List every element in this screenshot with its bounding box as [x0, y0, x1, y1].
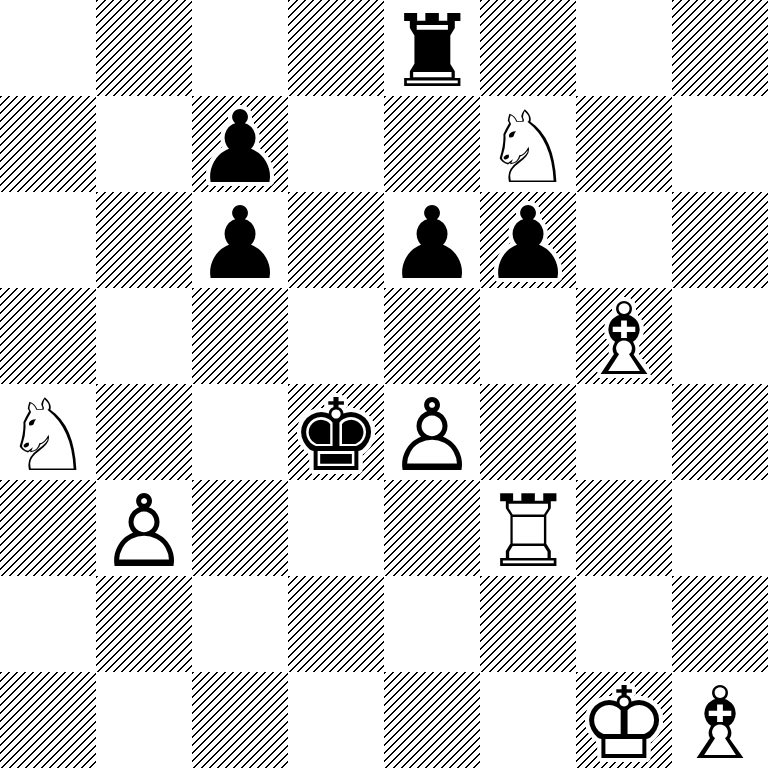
square-h4[interactable]: [672, 384, 768, 480]
piece-glyph: ♟: [480, 196, 576, 292]
square-c7[interactable]: ♟: [192, 96, 288, 192]
square-h8[interactable]: [672, 0, 768, 96]
piece-glyph-outline: ♘: [0, 388, 96, 484]
piece-glyph: ♚: [288, 388, 384, 484]
square-g4[interactable]: [576, 384, 672, 480]
square-a6[interactable]: [0, 192, 96, 288]
piece-black-pawn[interactable]: ♟: [384, 192, 480, 288]
square-d7[interactable]: [288, 96, 384, 192]
piece-black-pawn[interactable]: ♟: [192, 96, 288, 192]
square-c8[interactable]: [192, 0, 288, 96]
piece-white-knight[interactable]: ♞♘: [0, 384, 96, 480]
square-h7[interactable]: [672, 96, 768, 192]
square-b1[interactable]: [96, 672, 192, 768]
square-b7[interactable]: [96, 96, 192, 192]
square-a7[interactable]: [0, 96, 96, 192]
square-c2[interactable]: [192, 576, 288, 672]
piece-white-knight[interactable]: ♞♘: [480, 96, 576, 192]
piece-glyph-outline: ♗: [672, 676, 768, 768]
piece-white-pawn[interactable]: ♟♙: [384, 384, 480, 480]
square-f1[interactable]: [480, 672, 576, 768]
square-e4[interactable]: ♟♙: [384, 384, 480, 480]
square-b3[interactable]: ♟♙: [96, 480, 192, 576]
square-d3[interactable]: [288, 480, 384, 576]
square-f3[interactable]: ♜♖: [480, 480, 576, 576]
piece-glyph: ♟: [384, 196, 480, 292]
square-d1[interactable]: [288, 672, 384, 768]
square-d6[interactable]: [288, 192, 384, 288]
square-e6[interactable]: ♟: [384, 192, 480, 288]
square-g1[interactable]: ♚♔: [576, 672, 672, 768]
piece-glyph-outline: ♘: [480, 100, 576, 196]
square-h3[interactable]: [672, 480, 768, 576]
piece-glyph-outline: ♔: [576, 676, 672, 768]
square-a2[interactable]: [0, 576, 96, 672]
piece-glyph: ♟: [192, 100, 288, 196]
square-g5[interactable]: ♝♗: [576, 288, 672, 384]
piece-glyph-outline: ♖: [480, 484, 576, 580]
square-g3[interactable]: [576, 480, 672, 576]
square-e7[interactable]: [384, 96, 480, 192]
square-c1[interactable]: [192, 672, 288, 768]
square-g6[interactable]: [576, 192, 672, 288]
square-d2[interactable]: [288, 576, 384, 672]
square-f2[interactable]: [480, 576, 576, 672]
square-e1[interactable]: [384, 672, 480, 768]
square-f6[interactable]: ♟: [480, 192, 576, 288]
square-h1[interactable]: ♝♗: [672, 672, 768, 768]
square-a4[interactable]: ♞♘: [0, 384, 96, 480]
square-d5[interactable]: [288, 288, 384, 384]
piece-glyph-outline: ♙: [384, 388, 480, 484]
square-h2[interactable]: [672, 576, 768, 672]
square-g2[interactable]: [576, 576, 672, 672]
piece-glyph: ♜: [384, 4, 480, 100]
square-b5[interactable]: [96, 288, 192, 384]
square-f4[interactable]: [480, 384, 576, 480]
chess-board: ♜♟♞♘♟♟♟♝♗♞♘♚♟♙♟♙♜♖♚♔♝♗: [0, 0, 768, 768]
square-e8[interactable]: ♜: [384, 0, 480, 96]
square-e3[interactable]: [384, 480, 480, 576]
square-h5[interactable]: [672, 288, 768, 384]
square-a8[interactable]: [0, 0, 96, 96]
square-b2[interactable]: [96, 576, 192, 672]
square-g8[interactable]: [576, 0, 672, 96]
piece-black-king[interactable]: ♚: [288, 384, 384, 480]
piece-glyph: ♟: [192, 196, 288, 292]
square-b8[interactable]: [96, 0, 192, 96]
piece-black-rook[interactable]: ♜: [384, 0, 480, 96]
piece-glyph-outline: ♗: [576, 292, 672, 388]
square-f7[interactable]: ♞♘: [480, 96, 576, 192]
square-c4[interactable]: [192, 384, 288, 480]
piece-white-king[interactable]: ♚♔: [576, 672, 672, 768]
square-b4[interactable]: [96, 384, 192, 480]
square-a3[interactable]: [0, 480, 96, 576]
square-h6[interactable]: [672, 192, 768, 288]
square-f8[interactable]: [480, 0, 576, 96]
square-b6[interactable]: [96, 192, 192, 288]
square-a1[interactable]: [0, 672, 96, 768]
piece-white-rook[interactable]: ♜♖: [480, 480, 576, 576]
piece-black-pawn[interactable]: ♟: [480, 192, 576, 288]
square-d8[interactable]: [288, 0, 384, 96]
piece-black-pawn[interactable]: ♟: [192, 192, 288, 288]
square-d4[interactable]: ♚: [288, 384, 384, 480]
square-a5[interactable]: [0, 288, 96, 384]
piece-white-bishop[interactable]: ♝♗: [576, 288, 672, 384]
square-e2[interactable]: [384, 576, 480, 672]
square-c6[interactable]: ♟: [192, 192, 288, 288]
piece-white-pawn[interactable]: ♟♙: [96, 480, 192, 576]
square-c3[interactable]: [192, 480, 288, 576]
square-e5[interactable]: [384, 288, 480, 384]
piece-white-bishop[interactable]: ♝♗: [672, 672, 768, 768]
square-f5[interactable]: [480, 288, 576, 384]
square-g7[interactable]: [576, 96, 672, 192]
piece-glyph-outline: ♙: [96, 484, 192, 580]
square-c5[interactable]: [192, 288, 288, 384]
